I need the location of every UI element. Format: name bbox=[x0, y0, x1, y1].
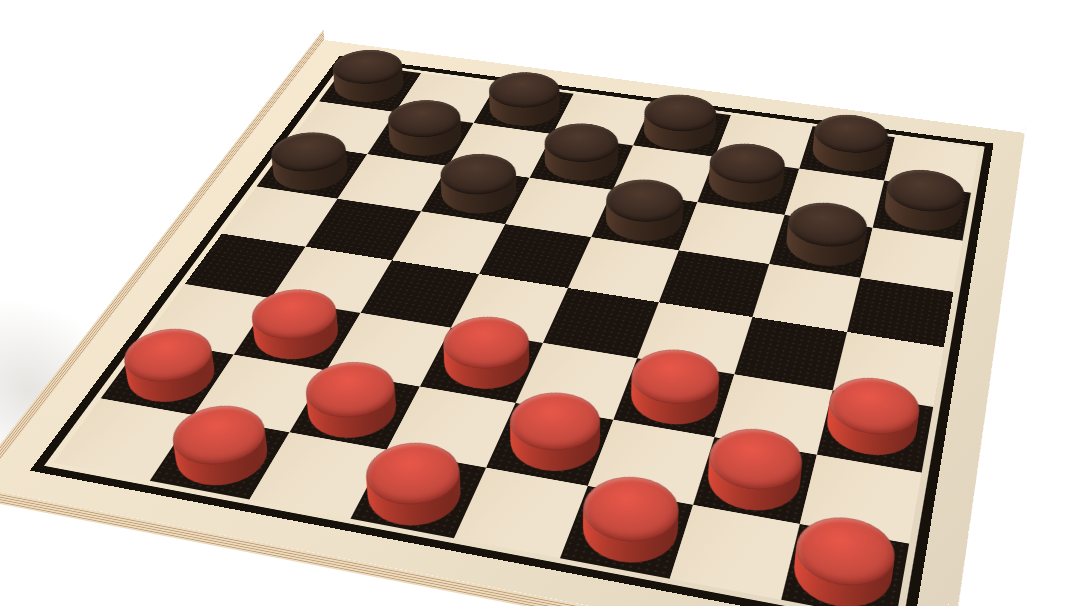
dark-brown-piece[interactable] bbox=[324, 64, 412, 106]
dark-brown-piece[interactable] bbox=[808, 130, 890, 177]
board-grid bbox=[53, 63, 978, 606]
square-r6c2-dark[interactable] bbox=[234, 298, 360, 370]
red-piece[interactable] bbox=[821, 393, 921, 463]
dark-brown-piece[interactable] bbox=[481, 87, 567, 131]
red-piece[interactable] bbox=[622, 364, 725, 431]
checkers-board bbox=[0, 40, 1025, 606]
red-piece[interactable] bbox=[295, 377, 408, 445]
red-piece[interactable] bbox=[499, 407, 609, 478]
square-r3c1-dark[interactable] bbox=[257, 143, 368, 199]
dark-brown-piece[interactable] bbox=[262, 147, 358, 195]
red-piece[interactable] bbox=[700, 444, 807, 519]
red-piece[interactable] bbox=[787, 532, 898, 606]
square-r7c7-dark[interactable] bbox=[693, 437, 817, 524]
red-piece[interactable] bbox=[572, 492, 686, 572]
dark-brown-piece[interactable] bbox=[881, 185, 966, 236]
red-piece[interactable] bbox=[434, 332, 540, 396]
board-frame bbox=[30, 56, 994, 606]
red-piece[interactable] bbox=[355, 458, 472, 534]
dark-brown-piece[interactable] bbox=[781, 218, 870, 272]
square-r8c7-light[interactable] bbox=[669, 505, 799, 600]
dark-brown-piece[interactable] bbox=[637, 109, 722, 154]
perspective-wrapper bbox=[148, 0, 988, 606]
square-r8c8-dark[interactable] bbox=[781, 524, 909, 606]
dark-brown-piece[interactable] bbox=[537, 138, 626, 186]
dark-brown-piece[interactable] bbox=[702, 159, 789, 208]
dark-brown-piece[interactable] bbox=[597, 195, 689, 247]
red-piece[interactable] bbox=[113, 344, 228, 409]
scene bbox=[0, 0, 1080, 606]
dark-brown-piece[interactable] bbox=[432, 169, 526, 219]
square-r6c8-dark[interactable] bbox=[817, 391, 933, 473]
